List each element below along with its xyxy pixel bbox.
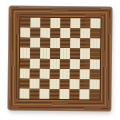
- square-r2c8[interactable]: [90, 28, 100, 38]
- square-r4c8[interactable]: [90, 49, 100, 59]
- square-r4c1[interactable]: [20, 48, 30, 58]
- square-r3c6[interactable]: [70, 38, 80, 48]
- square-r7c6[interactable]: [70, 79, 80, 89]
- square-r3c3[interactable]: [40, 38, 50, 48]
- square-r7c4[interactable]: [50, 79, 60, 89]
- square-r6c3[interactable]: [40, 68, 50, 78]
- square-r8c4[interactable]: [50, 89, 60, 99]
- square-r6c7[interactable]: [80, 69, 90, 79]
- square-r2c3[interactable]: [40, 28, 50, 38]
- square-r8c5[interactable]: [60, 89, 70, 99]
- square-r6c4[interactable]: [50, 69, 60, 79]
- square-r2c1[interactable]: [20, 28, 30, 38]
- square-r1c4[interactable]: [50, 18, 60, 28]
- square-r6c1[interactable]: [20, 68, 30, 78]
- square-r5c7[interactable]: [80, 59, 90, 69]
- square-r1c1[interactable]: [20, 18, 30, 28]
- square-r7c1[interactable]: [20, 78, 30, 88]
- square-r7c7[interactable]: [80, 79, 90, 89]
- chess-board: [8, 6, 111, 110]
- square-r5c2[interactable]: [30, 58, 40, 68]
- square-r5c1[interactable]: [20, 58, 30, 68]
- board-frame-bottom: [8, 99, 110, 110]
- square-r2c2[interactable]: [30, 28, 40, 38]
- square-r3c7[interactable]: [80, 38, 90, 48]
- square-r4c3[interactable]: [40, 48, 50, 58]
- square-r8c6[interactable]: [70, 89, 80, 99]
- square-r7c3[interactable]: [40, 79, 50, 89]
- square-r7c5[interactable]: [60, 79, 70, 89]
- square-r7c2[interactable]: [30, 78, 40, 88]
- square-r6c5[interactable]: [60, 69, 70, 79]
- square-r5c5[interactable]: [60, 59, 70, 69]
- square-r3c8[interactable]: [90, 39, 100, 49]
- square-r4c7[interactable]: [80, 49, 90, 59]
- square-r1c7[interactable]: [80, 18, 90, 28]
- square-r4c2[interactable]: [30, 48, 40, 58]
- square-r5c6[interactable]: [70, 59, 80, 69]
- square-r6c2[interactable]: [30, 68, 40, 78]
- square-r3c5[interactable]: [60, 38, 70, 48]
- square-r6c8[interactable]: [90, 69, 100, 79]
- square-r3c1[interactable]: [20, 38, 30, 48]
- square-r2c6[interactable]: [70, 28, 80, 38]
- square-r2c5[interactable]: [60, 28, 70, 38]
- square-r4c6[interactable]: [70, 48, 80, 58]
- square-r1c3[interactable]: [40, 18, 50, 28]
- square-r5c8[interactable]: [90, 59, 100, 69]
- square-r8c7[interactable]: [80, 89, 90, 99]
- board-inner-edge: [18, 17, 101, 101]
- square-r3c4[interactable]: [50, 38, 60, 48]
- square-r1c2[interactable]: [30, 18, 40, 28]
- square-r1c6[interactable]: [70, 18, 80, 28]
- square-r8c2[interactable]: [30, 89, 40, 99]
- board-frame-right: [100, 8, 111, 111]
- square-r1c8[interactable]: [90, 18, 100, 28]
- square-r2c7[interactable]: [80, 28, 90, 38]
- square-r8c1[interactable]: [20, 88, 30, 98]
- square-r1c5[interactable]: [60, 18, 70, 28]
- square-r6c6[interactable]: [70, 69, 80, 79]
- square-r7c8[interactable]: [90, 79, 100, 89]
- square-r8c8[interactable]: [90, 89, 100, 99]
- square-r2c4[interactable]: [50, 28, 60, 38]
- photo-background: [0, 0, 120, 120]
- square-r3c2[interactable]: [30, 38, 40, 48]
- square-r5c3[interactable]: [40, 58, 50, 68]
- board-grid: [20, 18, 101, 100]
- square-r4c5[interactable]: [60, 48, 70, 58]
- square-r8c3[interactable]: [40, 89, 50, 99]
- square-r5c4[interactable]: [50, 58, 60, 68]
- square-r4c4[interactable]: [50, 48, 60, 58]
